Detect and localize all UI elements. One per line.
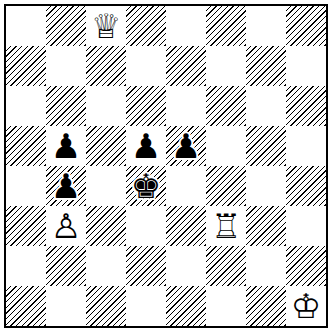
square-a5[interactable] — [6, 126, 46, 166]
white-rook-f3[interactable]: ♖ — [211, 206, 241, 246]
square-f4[interactable] — [206, 166, 246, 206]
square-b4[interactable]: ♟ — [46, 166, 86, 206]
square-h2[interactable] — [286, 246, 326, 286]
square-g8[interactable] — [246, 6, 286, 46]
square-g7[interactable] — [246, 46, 286, 86]
black-pawn-d5[interactable]: ♟ — [131, 126, 161, 166]
square-c8[interactable]: ♕ — [86, 6, 126, 46]
board-grid: ♕♟♟♟♟♚♙♖♔ — [6, 6, 326, 326]
square-f6[interactable] — [206, 86, 246, 126]
square-a2[interactable] — [6, 246, 46, 286]
square-b3[interactable]: ♙ — [46, 206, 86, 246]
square-c4[interactable] — [86, 166, 126, 206]
square-g3[interactable] — [246, 206, 286, 246]
square-g2[interactable] — [246, 246, 286, 286]
black-pawn-e5[interactable]: ♟ — [171, 126, 201, 166]
square-e1[interactable] — [166, 286, 206, 326]
square-e2[interactable] — [166, 246, 206, 286]
square-a6[interactable] — [6, 86, 46, 126]
square-c7[interactable] — [86, 46, 126, 86]
square-d2[interactable] — [126, 246, 166, 286]
square-h1[interactable]: ♔ — [286, 286, 326, 326]
chess-board: ♕♟♟♟♟♚♙♖♔ — [4, 4, 328, 328]
square-f5[interactable] — [206, 126, 246, 166]
square-e8[interactable] — [166, 6, 206, 46]
square-b8[interactable] — [46, 6, 86, 46]
square-a4[interactable] — [6, 166, 46, 206]
square-a3[interactable] — [6, 206, 46, 246]
square-f1[interactable] — [206, 286, 246, 326]
square-h7[interactable] — [286, 46, 326, 86]
square-c6[interactable] — [86, 86, 126, 126]
square-b7[interactable] — [46, 46, 86, 86]
square-h4[interactable] — [286, 166, 326, 206]
square-f3[interactable]: ♖ — [206, 206, 246, 246]
square-g1[interactable] — [246, 286, 286, 326]
square-b1[interactable] — [46, 286, 86, 326]
black-pawn-b5[interactable]: ♟ — [51, 126, 81, 166]
square-f2[interactable] — [206, 246, 246, 286]
square-e5[interactable]: ♟ — [166, 126, 206, 166]
square-g5[interactable] — [246, 126, 286, 166]
white-king-h1[interactable]: ♔ — [291, 286, 321, 326]
square-h3[interactable] — [286, 206, 326, 246]
square-g4[interactable] — [246, 166, 286, 206]
square-c5[interactable] — [86, 126, 126, 166]
square-h5[interactable] — [286, 126, 326, 166]
square-c2[interactable] — [86, 246, 126, 286]
square-d8[interactable] — [126, 6, 166, 46]
square-b5[interactable]: ♟ — [46, 126, 86, 166]
square-e7[interactable] — [166, 46, 206, 86]
square-h8[interactable] — [286, 6, 326, 46]
black-king-d4[interactable]: ♚ — [131, 166, 161, 206]
square-d5[interactable]: ♟ — [126, 126, 166, 166]
square-c3[interactable] — [86, 206, 126, 246]
square-f7[interactable] — [206, 46, 246, 86]
square-c1[interactable] — [86, 286, 126, 326]
white-pawn-b3[interactable]: ♙ — [51, 206, 81, 246]
square-a8[interactable] — [6, 6, 46, 46]
chess-diagram-page: ♕♟♟♟♟♚♙♖♔ — [0, 0, 332, 332]
square-f8[interactable] — [206, 6, 246, 46]
square-d3[interactable] — [126, 206, 166, 246]
square-g6[interactable] — [246, 86, 286, 126]
square-d4[interactable]: ♚ — [126, 166, 166, 206]
square-d7[interactable] — [126, 46, 166, 86]
square-b2[interactable] — [46, 246, 86, 286]
square-a1[interactable] — [6, 286, 46, 326]
square-b6[interactable] — [46, 86, 86, 126]
square-d1[interactable] — [126, 286, 166, 326]
square-d6[interactable] — [126, 86, 166, 126]
black-pawn-b4[interactable]: ♟ — [51, 166, 81, 206]
square-e3[interactable] — [166, 206, 206, 246]
square-e6[interactable] — [166, 86, 206, 126]
square-h6[interactable] — [286, 86, 326, 126]
white-queen-c8[interactable]: ♕ — [91, 6, 121, 46]
square-a7[interactable] — [6, 46, 46, 86]
square-e4[interactable] — [166, 166, 206, 206]
